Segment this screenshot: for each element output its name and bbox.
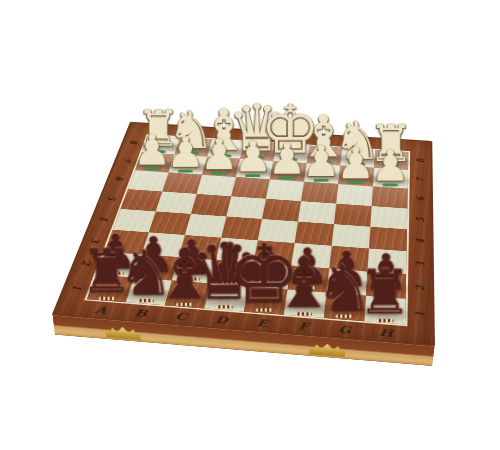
piece-light-pawn[interactable]: ♟ [166,133,204,173]
chess-board: ABCDEFGH 87654321 87654321 ♜♞♝♛♚♝♞♜♟♟♟♟♟… [52,122,435,347]
rank-label-right-6: 6 [402,192,438,207]
piece-light-pawn[interactable]: ♟ [234,137,272,177]
pawn-glyph: ♟ [336,144,375,184]
file-label-d: D [200,312,243,326]
square-d6[interactable] [231,177,270,199]
file-label-g: G [323,322,365,337]
file-label-c: C [160,309,203,323]
piece-light-pawn[interactable]: ♟ [200,135,238,175]
square-b6[interactable] [162,173,202,194]
file-label-h: H [365,325,407,340]
square-f5[interactable] [298,201,336,224]
square-c6[interactable] [197,175,236,196]
square-f7[interactable]: ♟ [304,163,340,184]
square-g6[interactable] [336,184,373,206]
square-b5[interactable] [156,191,197,213]
perspective-wrap: ABCDEFGH 87654321 87654321 ♜♞♝♛♚♝♞♜♟♟♟♟♟… [0,0,500,450]
square-g5[interactable] [334,204,372,227]
square-c5[interactable] [191,194,231,217]
file-label-b: B [119,306,162,320]
cream-trim-base [98,296,114,299]
cream-trim-base [256,309,273,312]
brass-hinge [309,342,346,357]
rook-glyph: ♜ [357,265,412,321]
rank-label-left-6: 6 [100,172,139,186]
chess-set-photo: ABCDEFGH 87654321 87654321 ♜♞♝♛♚♝♞♜♟♟♟♟♟… [0,0,500,450]
file-label-f: F [282,319,325,333]
file-label-e: E [241,316,284,330]
rank-label-right-7: 7 [403,173,438,187]
pawn-glyph: ♟ [268,139,306,178]
rank-label-left-8: 8 [115,136,152,149]
piece-light-pawn[interactable]: ♟ [268,139,306,179]
pawn-glyph: ♟ [200,135,238,174]
rank-label-right-8: 8 [403,154,437,167]
pawn-glyph: ♟ [234,137,272,176]
piece-light-pawn[interactable]: ♟ [336,144,375,185]
square-d5[interactable] [226,196,266,219]
piece-dark-rook[interactable]: ♜ [357,265,412,322]
brass-hinge [105,325,141,340]
square-h1[interactable]: ♜ [364,296,405,325]
rank-label-left-7: 7 [108,153,146,166]
pawn-glyph: ♟ [166,133,204,172]
square-e5[interactable] [262,199,301,222]
square-g7[interactable]: ♟ [338,165,374,186]
file-label-a: A [79,303,123,317]
square-e6[interactable] [266,179,304,201]
square-f6[interactable] [301,182,338,204]
cream-trim-base [296,312,313,315]
rank-label-left-5: 5 [92,191,132,206]
cream-trim-base [376,318,393,321]
pawn-glyph: ♟ [302,142,341,182]
piece-light-pawn[interactable]: ♟ [302,142,341,182]
